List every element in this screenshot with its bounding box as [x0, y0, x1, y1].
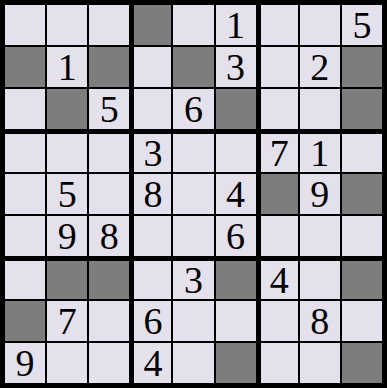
cell-r5c4[interactable]: 8 — [131, 174, 171, 214]
blocked-cell-r2c3 — [89, 47, 129, 87]
cell-r3c5[interactable]: 6 — [173, 89, 213, 129]
cell-r1c2[interactable] — [47, 5, 87, 45]
cell-r8c2[interactable]: 7 — [47, 301, 87, 341]
cell-r1c5[interactable] — [173, 5, 213, 45]
cell-r1c8[interactable] — [300, 5, 340, 45]
blocked-cell-r9c9 — [342, 343, 382, 383]
cell-r6c4[interactable] — [131, 216, 171, 256]
cell-r4c9[interactable] — [342, 131, 382, 172]
cell-r4c5[interactable] — [173, 131, 213, 172]
blocked-cell-r1c4 — [131, 5, 171, 45]
cell-r1c6[interactable]: 1 — [216, 5, 256, 45]
cell-r9c4[interactable]: 4 — [131, 343, 171, 383]
cell-r9c1[interactable]: 9 — [5, 343, 45, 383]
sudoku-board: 151325637158499863476894 — [0, 0, 387, 388]
cell-r2c8[interactable]: 2 — [300, 47, 340, 87]
cell-r8c8[interactable]: 8 — [300, 301, 340, 341]
cell-r4c3[interactable] — [89, 131, 129, 172]
cell-r9c2[interactable] — [47, 343, 87, 383]
blocked-cell-r7c2 — [47, 258, 87, 299]
cell-r7c1[interactable] — [5, 258, 45, 299]
cell-r5c5[interactable] — [173, 174, 213, 214]
cell-r7c8[interactable] — [300, 258, 340, 299]
cell-r2c7[interactable] — [258, 47, 298, 87]
blocked-cell-r7c6 — [216, 258, 256, 299]
blocked-cell-r3c9 — [342, 89, 382, 129]
cell-r5c6[interactable]: 4 — [216, 174, 256, 214]
cell-r8c7[interactable] — [258, 301, 298, 341]
blocked-cell-r2c1 — [5, 47, 45, 87]
cell-r3c4[interactable] — [131, 89, 171, 129]
cell-r8c5[interactable] — [173, 301, 213, 341]
cell-r1c1[interactable] — [5, 5, 45, 45]
cell-r4c8[interactable]: 1 — [300, 131, 340, 172]
cell-r4c1[interactable] — [5, 131, 45, 172]
blocked-cell-r7c9 — [342, 258, 382, 299]
blocked-cell-r9c6 — [216, 343, 256, 383]
cell-r6c2[interactable]: 9 — [47, 216, 87, 256]
cell-r2c6[interactable]: 3 — [216, 47, 256, 87]
cell-r5c1[interactable] — [5, 174, 45, 214]
cell-r3c8[interactable] — [300, 89, 340, 129]
cell-r7c4[interactable] — [131, 258, 171, 299]
cell-r3c1[interactable] — [5, 89, 45, 129]
cell-r1c7[interactable] — [258, 5, 298, 45]
cell-r6c1[interactable] — [5, 216, 45, 256]
cell-r9c7[interactable] — [258, 343, 298, 383]
cell-r5c3[interactable] — [89, 174, 129, 214]
cell-r5c8[interactable]: 9 — [300, 174, 340, 214]
blocked-cell-r2c9 — [342, 47, 382, 87]
blocked-cell-r3c2 — [47, 89, 87, 129]
cell-r3c7[interactable] — [258, 89, 298, 129]
cell-r6c7[interactable] — [258, 216, 298, 256]
cell-r4c2[interactable] — [47, 131, 87, 172]
cell-r4c4[interactable]: 3 — [131, 131, 171, 172]
cell-r9c5[interactable] — [173, 343, 213, 383]
cell-r7c7[interactable]: 4 — [258, 258, 298, 299]
cell-r6c8[interactable] — [300, 216, 340, 256]
cell-r3c3[interactable]: 5 — [89, 89, 129, 129]
cell-r6c5[interactable] — [173, 216, 213, 256]
cell-r8c4[interactable]: 6 — [131, 301, 171, 341]
cell-r7c5[interactable]: 3 — [173, 258, 213, 299]
blocked-cell-r5c9 — [342, 174, 382, 214]
cell-r8c6[interactable] — [216, 301, 256, 341]
cell-r5c2[interactable]: 5 — [47, 174, 87, 214]
cell-r4c7[interactable]: 7 — [258, 131, 298, 172]
cell-r9c8[interactable] — [300, 343, 340, 383]
cell-r1c3[interactable] — [89, 5, 129, 45]
blocked-cell-r8c1 — [5, 301, 45, 341]
cell-r6c6[interactable]: 6 — [216, 216, 256, 256]
blocked-cell-r3c6 — [216, 89, 256, 129]
cell-r2c4[interactable] — [131, 47, 171, 87]
blocked-cell-r7c3 — [89, 258, 129, 299]
cell-r2c2[interactable]: 1 — [47, 47, 87, 87]
cell-r4c6[interactable] — [216, 131, 256, 172]
blocked-cell-r5c7 — [258, 174, 298, 214]
cell-r6c3[interactable]: 8 — [89, 216, 129, 256]
cell-r8c9[interactable] — [342, 301, 382, 341]
cell-r6c9[interactable] — [342, 216, 382, 256]
cell-r9c3[interactable] — [89, 343, 129, 383]
blocked-cell-r2c5 — [173, 47, 213, 87]
cell-r1c9[interactable]: 5 — [342, 5, 382, 45]
cell-r8c3[interactable] — [89, 301, 129, 341]
